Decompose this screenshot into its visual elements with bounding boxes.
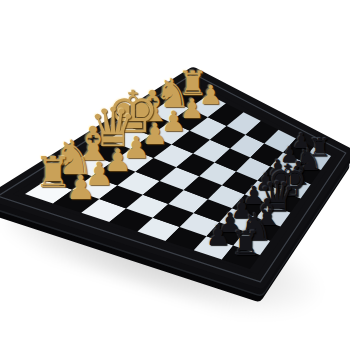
- chess-board: [0, 0, 350, 350]
- chess-set-photo: ♜♞♝♛♚♝♞♜♟♟♟♟♟♟♟♟♟♟♟♟♟♟♟♟♜♞♝♛♚♝♞♜: [0, 0, 350, 350]
